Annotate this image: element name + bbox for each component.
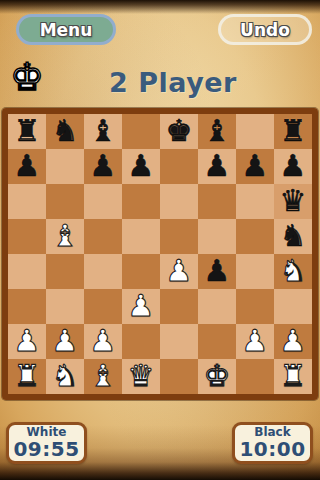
square-d1[interactable]: ♛ xyxy=(122,359,160,394)
square-a4[interactable] xyxy=(8,254,46,289)
square-c8[interactable]: ♝ xyxy=(84,114,122,149)
piece-white-pawn[interactable]: ♟ xyxy=(14,326,41,356)
square-a5[interactable] xyxy=(8,219,46,254)
square-h1[interactable]: ♜ xyxy=(274,359,312,394)
square-g2[interactable]: ♟ xyxy=(236,324,274,359)
square-e6[interactable] xyxy=(160,184,198,219)
square-e5[interactable] xyxy=(160,219,198,254)
square-g6[interactable] xyxy=(236,184,274,219)
piece-black-knight[interactable]: ♞ xyxy=(52,116,79,146)
square-f7[interactable]: ♟ xyxy=(198,149,236,184)
square-a1[interactable]: ♜ xyxy=(8,359,46,394)
square-c4[interactable] xyxy=(84,254,122,289)
square-c5[interactable] xyxy=(84,219,122,254)
black-clock-time: 10:00 xyxy=(239,439,305,460)
square-g4[interactable] xyxy=(236,254,274,289)
square-f4[interactable]: ♟ xyxy=(198,254,236,289)
chess-board: ♜♞♝♚♝♜♟♟♟♟♟♟♛♝♞♟♟♞♟♟♟♟♟♟♜♞♝♛♚♜ xyxy=(2,108,318,400)
black-clock: Black 10:00 xyxy=(232,422,313,464)
page-title: 2 Player xyxy=(0,67,320,98)
square-b7[interactable] xyxy=(46,149,84,184)
square-c1[interactable]: ♝ xyxy=(84,359,122,394)
square-f1[interactable]: ♚ xyxy=(198,359,236,394)
square-a6[interactable] xyxy=(8,184,46,219)
piece-black-rook[interactable]: ♜ xyxy=(14,116,41,146)
square-h7[interactable]: ♟ xyxy=(274,149,312,184)
square-b4[interactable] xyxy=(46,254,84,289)
piece-black-rook[interactable]: ♜ xyxy=(280,116,307,146)
square-b2[interactable]: ♟ xyxy=(46,324,84,359)
app-screen: Menu Undo ♚ 2 Player ♜♞♝♚♝♜♟♟♟♟♟♟♛♝♞♟♟♞♟… xyxy=(0,0,320,480)
piece-white-rook[interactable]: ♜ xyxy=(280,361,307,391)
piece-white-bishop[interactable]: ♝ xyxy=(52,221,79,251)
square-g3[interactable] xyxy=(236,289,274,324)
piece-white-bishop[interactable]: ♝ xyxy=(90,361,117,391)
square-b5[interactable]: ♝ xyxy=(46,219,84,254)
square-a8[interactable]: ♜ xyxy=(8,114,46,149)
square-g7[interactable]: ♟ xyxy=(236,149,274,184)
square-f3[interactable] xyxy=(198,289,236,324)
square-e3[interactable] xyxy=(160,289,198,324)
square-d8[interactable] xyxy=(122,114,160,149)
piece-black-pawn[interactable]: ♟ xyxy=(204,256,231,286)
square-b3[interactable] xyxy=(46,289,84,324)
piece-black-pawn[interactable]: ♟ xyxy=(204,151,231,181)
square-d2[interactable] xyxy=(122,324,160,359)
square-h2[interactable]: ♟ xyxy=(274,324,312,359)
piece-black-pawn[interactable]: ♟ xyxy=(128,151,155,181)
square-h6[interactable]: ♛ xyxy=(274,184,312,219)
square-f5[interactable] xyxy=(198,219,236,254)
square-e8[interactable]: ♚ xyxy=(160,114,198,149)
square-h3[interactable] xyxy=(274,289,312,324)
piece-black-pawn[interactable]: ♟ xyxy=(280,151,307,181)
piece-black-knight[interactable]: ♞ xyxy=(280,221,307,251)
square-c6[interactable] xyxy=(84,184,122,219)
piece-black-pawn[interactable]: ♟ xyxy=(14,151,41,181)
piece-white-knight[interactable]: ♞ xyxy=(52,361,79,391)
piece-black-king[interactable]: ♚ xyxy=(166,116,193,146)
piece-black-pawn[interactable]: ♟ xyxy=(242,151,269,181)
menu-button-label: Menu xyxy=(40,20,93,40)
undo-button[interactable]: Undo xyxy=(218,14,312,45)
square-h5[interactable]: ♞ xyxy=(274,219,312,254)
piece-white-pawn[interactable]: ♟ xyxy=(90,326,117,356)
white-clock-time: 09:55 xyxy=(13,439,79,460)
square-d5[interactable] xyxy=(122,219,160,254)
piece-white-pawn[interactable]: ♟ xyxy=(52,326,79,356)
white-clock: White 09:55 xyxy=(6,422,87,464)
piece-white-pawn[interactable]: ♟ xyxy=(128,291,155,321)
square-a7[interactable]: ♟ xyxy=(8,149,46,184)
piece-white-knight[interactable]: ♞ xyxy=(280,256,307,286)
square-h4[interactable]: ♞ xyxy=(274,254,312,289)
square-a3[interactable] xyxy=(8,289,46,324)
piece-white-pawn[interactable]: ♟ xyxy=(166,256,193,286)
piece-black-bishop[interactable]: ♝ xyxy=(204,116,231,146)
piece-white-king[interactable]: ♚ xyxy=(204,361,231,391)
piece-black-bishop[interactable]: ♝ xyxy=(90,116,117,146)
square-b1[interactable]: ♞ xyxy=(46,359,84,394)
square-h8[interactable]: ♜ xyxy=(274,114,312,149)
undo-button-label: Undo xyxy=(240,20,290,40)
square-e4[interactable]: ♟ xyxy=(160,254,198,289)
square-e7[interactable] xyxy=(160,149,198,184)
square-f8[interactable]: ♝ xyxy=(198,114,236,149)
square-a2[interactable]: ♟ xyxy=(8,324,46,359)
square-g5[interactable] xyxy=(236,219,274,254)
piece-white-pawn[interactable]: ♟ xyxy=(280,326,307,356)
piece-white-pawn[interactable]: ♟ xyxy=(242,326,269,356)
square-b6[interactable] xyxy=(46,184,84,219)
square-g8[interactable] xyxy=(236,114,274,149)
square-c2[interactable]: ♟ xyxy=(84,324,122,359)
piece-black-pawn[interactable]: ♟ xyxy=(90,151,117,181)
piece-white-rook[interactable]: ♜ xyxy=(14,361,41,391)
piece-white-queen[interactable]: ♛ xyxy=(128,361,155,391)
square-e2[interactable] xyxy=(160,324,198,359)
square-d7[interactable]: ♟ xyxy=(122,149,160,184)
square-d6[interactable] xyxy=(122,184,160,219)
square-e1[interactable] xyxy=(160,359,198,394)
square-d3[interactable]: ♟ xyxy=(122,289,160,324)
square-f2[interactable] xyxy=(198,324,236,359)
square-c7[interactable]: ♟ xyxy=(84,149,122,184)
square-d4[interactable] xyxy=(122,254,160,289)
piece-black-queen[interactable]: ♛ xyxy=(280,186,307,216)
square-f6[interactable] xyxy=(198,184,236,219)
square-c3[interactable] xyxy=(84,289,122,324)
square-b8[interactable]: ♞ xyxy=(46,114,84,149)
menu-button[interactable]: Menu xyxy=(16,14,116,45)
square-g1[interactable] xyxy=(236,359,274,394)
